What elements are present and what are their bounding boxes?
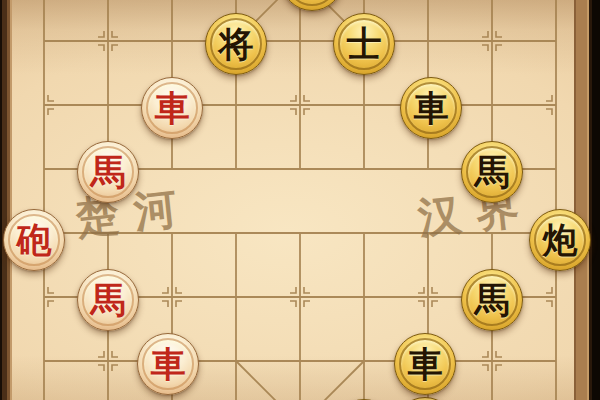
- piece-glyph: 士: [347, 27, 382, 62]
- piece-black-chariot-1[interactable]: 車: [400, 77, 462, 139]
- piece-unknown-top-cutoff[interactable]: [281, 0, 343, 11]
- piece-glyph: 将: [219, 27, 254, 62]
- piece-black-chariot-2[interactable]: 車: [394, 333, 456, 395]
- piece-glyph: 車: [155, 91, 190, 126]
- piece-glyph: 車: [151, 347, 186, 382]
- piece-black-cannon[interactable]: 炮: [529, 209, 591, 271]
- piece-black-horse-2[interactable]: 馬: [461, 269, 523, 331]
- piece-glyph: 車: [408, 347, 443, 382]
- piece-glyph: 馬: [475, 155, 510, 190]
- piece-red-cannon[interactable]: 砲: [3, 209, 65, 271]
- piece-red-horse-2[interactable]: 馬: [77, 269, 139, 331]
- piece-glyph: 馬: [91, 283, 126, 318]
- piece-glyph: 炮: [543, 223, 578, 258]
- xiangqi-board: 楚河 汉界 将士車車馬馬砲炮馬馬車車: [0, 0, 600, 400]
- piece-black-advisor[interactable]: 士: [333, 13, 395, 75]
- piece-red-chariot-1[interactable]: 車: [141, 77, 203, 139]
- piece-glyph: 車: [414, 91, 449, 126]
- piece-black-horse-1[interactable]: 馬: [461, 141, 523, 203]
- piece-glyph: 砲: [17, 223, 52, 258]
- piece-black-general[interactable]: 将: [205, 13, 267, 75]
- piece-glyph: 馬: [475, 283, 510, 318]
- piece-glyph: 馬: [91, 155, 126, 190]
- piece-red-horse-1[interactable]: 馬: [77, 141, 139, 203]
- piece-red-chariot-2[interactable]: 車: [137, 333, 199, 395]
- piece-grid: 将士車車馬馬砲炮馬馬車車: [12, 0, 588, 400]
